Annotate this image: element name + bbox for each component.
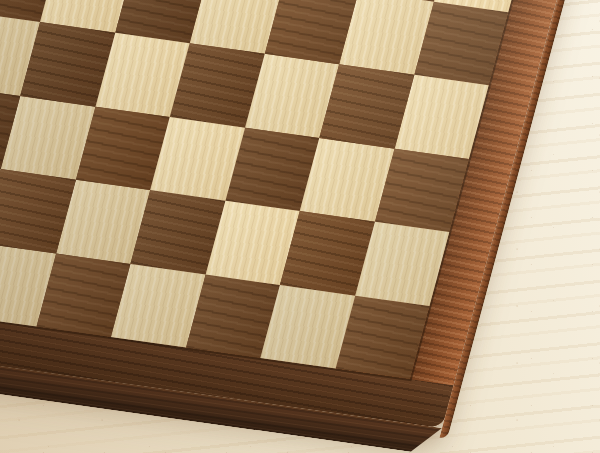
photo-scene bbox=[0, 0, 600, 453]
